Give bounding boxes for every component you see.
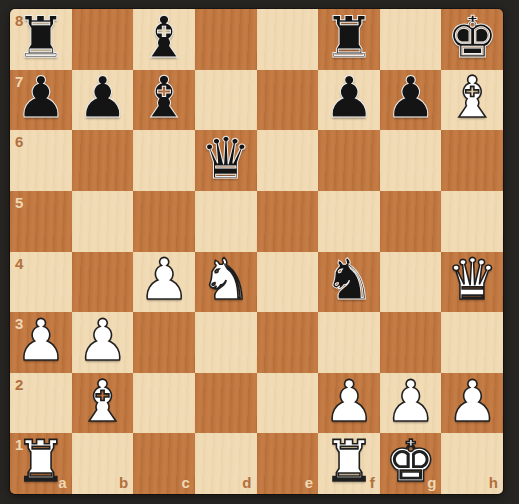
- file-label-c: c: [182, 475, 190, 490]
- square-e2[interactable]: [257, 373, 319, 434]
- piece-white-queen[interactable]: ♛: [447, 251, 498, 308]
- square-h1[interactable]: h: [441, 433, 503, 494]
- rank-label-2: 2: [15, 377, 23, 392]
- piece-white-bishop[interactable]: ♝: [447, 69, 498, 126]
- square-h6[interactable]: [441, 130, 503, 191]
- square-e6[interactable]: [257, 130, 319, 191]
- square-d3[interactable]: [195, 312, 257, 373]
- square-c6[interactable]: [133, 130, 195, 191]
- square-h5[interactable]: [441, 191, 503, 252]
- square-f3[interactable]: [318, 312, 380, 373]
- square-h2[interactable]: ♟: [441, 373, 503, 434]
- piece-black-knight[interactable]: ♞: [323, 251, 374, 308]
- square-d7[interactable]: [195, 70, 257, 131]
- square-f6[interactable]: [318, 130, 380, 191]
- square-f4[interactable]: ♞: [318, 252, 380, 313]
- square-b8[interactable]: [72, 9, 134, 70]
- square-d2[interactable]: [195, 373, 257, 434]
- piece-white-pawn[interactable]: ♟: [77, 312, 128, 369]
- square-h8[interactable]: ♚: [441, 9, 503, 70]
- square-b4[interactable]: [72, 252, 134, 313]
- square-c3[interactable]: [133, 312, 195, 373]
- chess-board: 8♜♝♜♚7♟♟♝♟♟♝6♛54♟♞♞♛3♟♟2♝♟♟♟1a♜bcdef♜g♚h: [10, 9, 503, 494]
- square-a2[interactable]: 2: [10, 373, 72, 434]
- piece-black-queen[interactable]: ♛: [200, 130, 251, 187]
- square-g7[interactable]: ♟: [380, 70, 442, 131]
- square-g5[interactable]: [380, 191, 442, 252]
- piece-white-pawn[interactable]: ♟: [385, 373, 436, 430]
- square-c7[interactable]: ♝: [133, 70, 195, 131]
- piece-white-pawn[interactable]: ♟: [323, 373, 374, 430]
- square-e8[interactable]: [257, 9, 319, 70]
- rank-label-5: 5: [15, 195, 23, 210]
- piece-black-bishop[interactable]: ♝: [139, 69, 190, 126]
- piece-white-pawn[interactable]: ♟: [15, 312, 66, 369]
- square-b7[interactable]: ♟: [72, 70, 134, 131]
- square-g3[interactable]: [380, 312, 442, 373]
- piece-white-king[interactable]: ♚: [385, 433, 436, 490]
- square-g2[interactable]: ♟: [380, 373, 442, 434]
- piece-white-bishop[interactable]: ♝: [77, 373, 128, 430]
- square-c5[interactable]: [133, 191, 195, 252]
- piece-white-rook[interactable]: ♜: [323, 433, 374, 490]
- square-f1[interactable]: f♜: [318, 433, 380, 494]
- file-label-e: e: [305, 475, 313, 490]
- square-a1[interactable]: 1a♜: [10, 433, 72, 494]
- square-f7[interactable]: ♟: [318, 70, 380, 131]
- square-e7[interactable]: [257, 70, 319, 131]
- piece-white-rook[interactable]: ♜: [15, 433, 66, 490]
- piece-black-pawn[interactable]: ♟: [385, 69, 436, 126]
- square-d5[interactable]: [195, 191, 257, 252]
- square-b1[interactable]: b: [72, 433, 134, 494]
- square-e1[interactable]: e: [257, 433, 319, 494]
- square-a4[interactable]: 4: [10, 252, 72, 313]
- square-e3[interactable]: [257, 312, 319, 373]
- square-c2[interactable]: [133, 373, 195, 434]
- square-h3[interactable]: [441, 312, 503, 373]
- file-label-d: d: [242, 475, 251, 490]
- square-c8[interactable]: ♝: [133, 9, 195, 70]
- square-c4[interactable]: ♟: [133, 252, 195, 313]
- piece-black-pawn[interactable]: ♟: [77, 69, 128, 126]
- square-a8[interactable]: 8♜: [10, 9, 72, 70]
- square-b5[interactable]: [72, 191, 134, 252]
- rank-label-6: 6: [15, 134, 23, 149]
- file-label-h: h: [489, 475, 498, 490]
- square-e5[interactable]: [257, 191, 319, 252]
- piece-black-rook[interactable]: ♜: [15, 9, 66, 66]
- square-a5[interactable]: 5: [10, 191, 72, 252]
- square-a7[interactable]: 7♟: [10, 70, 72, 131]
- rank-label-4: 4: [15, 256, 23, 271]
- square-d1[interactable]: d: [195, 433, 257, 494]
- square-d4[interactable]: ♞: [195, 252, 257, 313]
- piece-black-bishop[interactable]: ♝: [139, 9, 190, 66]
- piece-white-pawn[interactable]: ♟: [139, 251, 190, 308]
- square-g4[interactable]: [380, 252, 442, 313]
- square-h4[interactable]: ♛: [441, 252, 503, 313]
- square-b3[interactable]: ♟: [72, 312, 134, 373]
- square-d8[interactable]: [195, 9, 257, 70]
- piece-black-pawn[interactable]: ♟: [323, 69, 374, 126]
- piece-white-knight[interactable]: ♞: [200, 251, 251, 308]
- piece-black-rook[interactable]: ♜: [323, 9, 374, 66]
- piece-black-pawn[interactable]: ♟: [15, 69, 66, 126]
- square-b6[interactable]: [72, 130, 134, 191]
- square-e4[interactable]: [257, 252, 319, 313]
- square-a6[interactable]: 6: [10, 130, 72, 191]
- square-c1[interactable]: c: [133, 433, 195, 494]
- square-g8[interactable]: [380, 9, 442, 70]
- square-b2[interactable]: ♝: [72, 373, 134, 434]
- square-f5[interactable]: [318, 191, 380, 252]
- app-background: 8♜♝♜♚7♟♟♝♟♟♝6♛54♟♞♞♛3♟♟2♝♟♟♟1a♜bcdef♜g♚h: [0, 0, 519, 504]
- square-g6[interactable]: [380, 130, 442, 191]
- square-g1[interactable]: g♚: [380, 433, 442, 494]
- square-a3[interactable]: 3♟: [10, 312, 72, 373]
- piece-black-king[interactable]: ♚: [447, 9, 498, 66]
- piece-white-pawn[interactable]: ♟: [447, 373, 498, 430]
- square-d6[interactable]: ♛: [195, 130, 257, 191]
- square-f2[interactable]: ♟: [318, 373, 380, 434]
- file-label-b: b: [119, 475, 128, 490]
- square-f8[interactable]: ♜: [318, 9, 380, 70]
- square-h7[interactable]: ♝: [441, 70, 503, 131]
